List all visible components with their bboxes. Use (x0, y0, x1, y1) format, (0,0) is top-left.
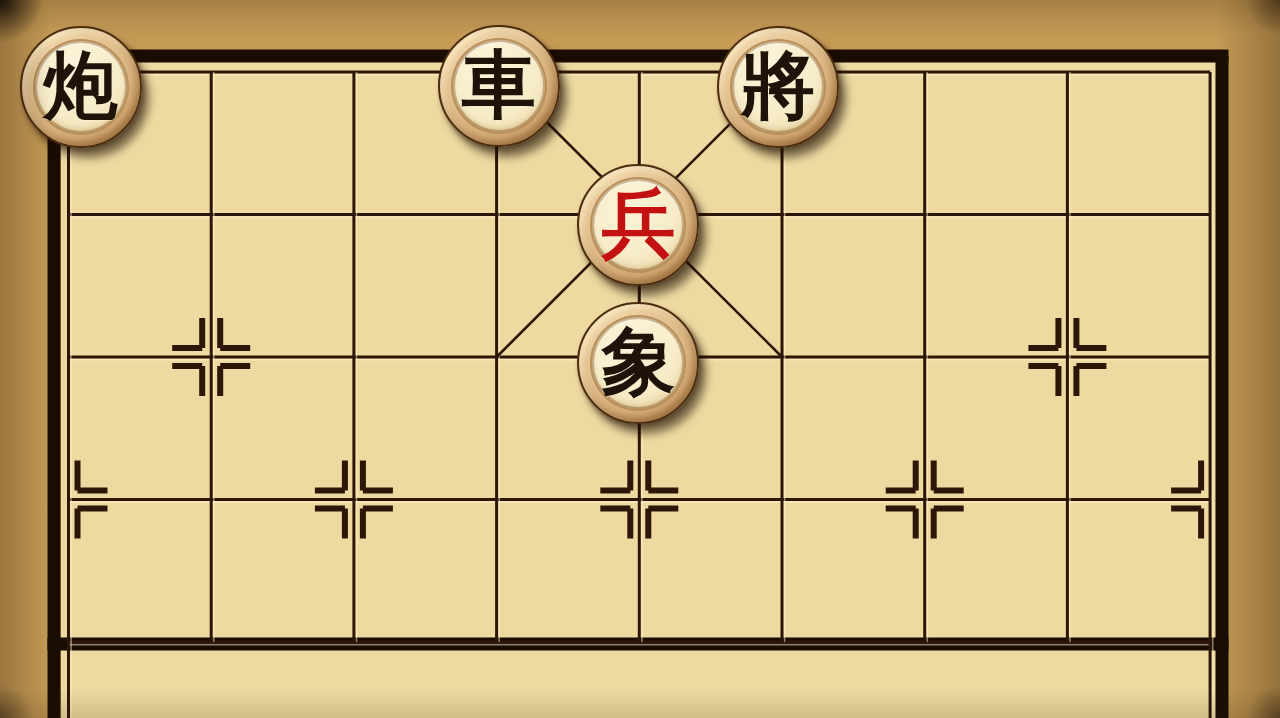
black-general-f1[interactable]: 將 (717, 26, 839, 148)
black-piece-face: 象 (590, 315, 686, 411)
black-elephant-e3[interactable]: 象 (577, 302, 699, 424)
black-cannon-glyph: 炮 (44, 48, 118, 122)
black-piece-face: 炮 (33, 39, 129, 135)
black-chariot-d1[interactable]: 車 (438, 25, 560, 147)
red-piece-face: 兵 (590, 177, 686, 273)
black-chariot-glyph: 車 (462, 47, 536, 121)
red-soldier-e2[interactable]: 兵 (577, 164, 699, 286)
black-cannon-a1[interactable]: 炮 (20, 26, 142, 148)
black-elephant-glyph: 象 (601, 324, 675, 398)
black-piece-face: 將 (730, 39, 826, 135)
xiangqi-board: 炮車將兵象 (0, 0, 1280, 718)
piece-layer: 炮車將兵象 (0, 1, 1280, 714)
red-soldier-glyph: 兵 (601, 186, 675, 260)
black-piece-face: 車 (451, 38, 547, 134)
black-general-glyph: 將 (741, 48, 815, 122)
